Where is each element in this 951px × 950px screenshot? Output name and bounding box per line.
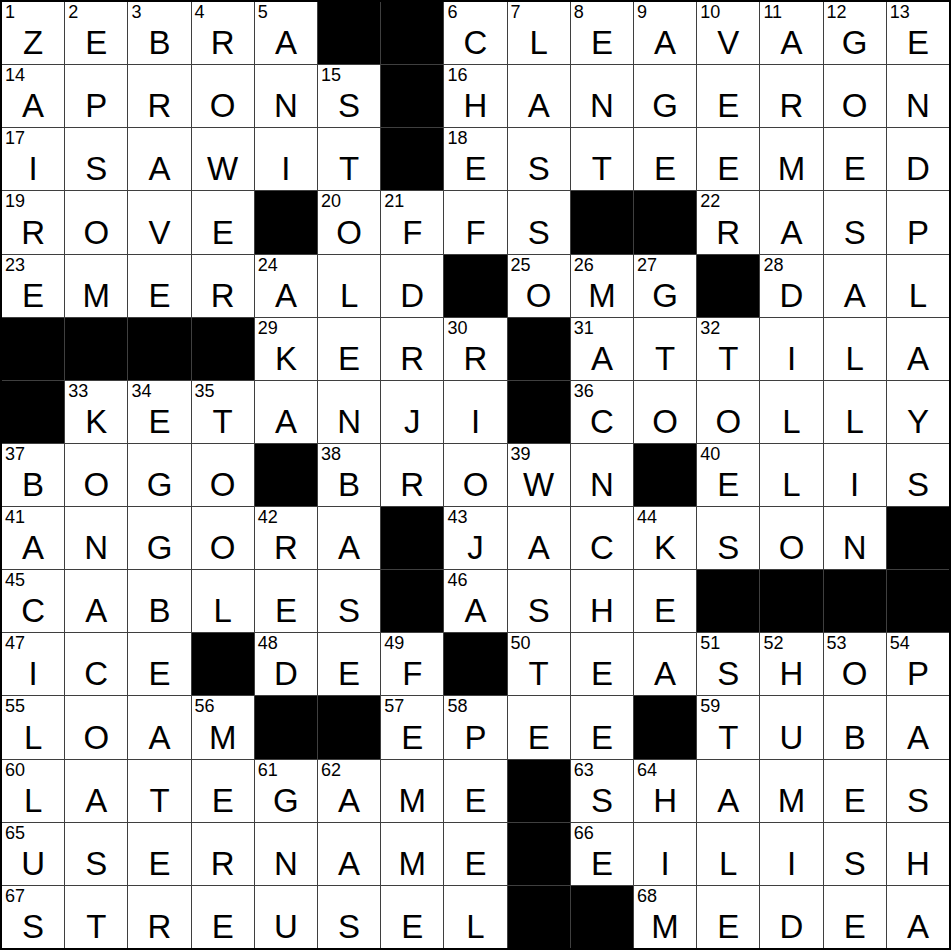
cell-letter: L xyxy=(887,279,949,312)
cell-r2c14[interactable]: O xyxy=(824,65,886,127)
cell-r14c10[interactable]: 66E xyxy=(571,823,633,885)
cell-letter: M xyxy=(760,152,822,185)
cell-r4c7[interactable]: 21F xyxy=(381,191,443,253)
clue-number: 20 xyxy=(321,191,341,212)
cell-r15c2[interactable]: T xyxy=(65,886,127,948)
cell-r1c4[interactable]: 4R xyxy=(192,2,254,64)
cell-r6c5[interactable]: 29K xyxy=(255,318,317,380)
cell-letter: J xyxy=(381,405,443,438)
black-cell-r10c12 xyxy=(697,570,759,632)
cell-r3c1[interactable]: 17I xyxy=(2,128,64,190)
cell-r6c14[interactable]: L xyxy=(824,318,886,380)
cell-r14c2[interactable]: S xyxy=(65,823,127,885)
clue-number: 8 xyxy=(574,2,584,23)
cell-r8c2[interactable]: O xyxy=(65,444,127,506)
cell-r2c1[interactable]: 14A xyxy=(2,65,64,127)
cell-r9c5[interactable]: 42R xyxy=(255,507,317,569)
cell-r8c7[interactable]: R xyxy=(381,444,443,506)
cell-r1c10[interactable]: 8E xyxy=(571,2,633,64)
cell-r11c2[interactable]: C xyxy=(65,633,127,695)
clue-number: 33 xyxy=(68,381,88,402)
cell-r12c8[interactable]: 58P xyxy=(444,696,506,758)
cell-r4c2[interactable]: O xyxy=(65,191,127,253)
black-cell-r7c9 xyxy=(508,381,570,443)
cell-r13c11[interactable]: 64H xyxy=(634,760,696,822)
cell-r5c7[interactable]: D xyxy=(381,255,443,317)
cell-r2c13[interactable]: R xyxy=(760,65,822,127)
cell-letter: F xyxy=(381,657,443,690)
cell-r3c8[interactable]: 18E xyxy=(444,128,506,190)
cell-r15c1[interactable]: 67S xyxy=(2,886,64,948)
cell-r13c13[interactable]: M xyxy=(760,760,822,822)
cell-r8c1[interactable]: 37B xyxy=(2,444,64,506)
cell-r9c1[interactable]: 41A xyxy=(2,507,64,569)
cell-r2c2[interactable]: P xyxy=(65,65,127,127)
cell-letter: E xyxy=(571,657,633,690)
cell-r3c10[interactable]: T xyxy=(571,128,633,190)
cell-r14c8[interactable]: E xyxy=(444,823,506,885)
cell-letter: A xyxy=(65,784,127,817)
cell-r1c5[interactable]: 5A xyxy=(255,2,317,64)
cell-r12c15[interactable]: A xyxy=(887,696,949,758)
cell-r12c4[interactable]: 56M xyxy=(192,696,254,758)
cell-r7c5[interactable]: A xyxy=(255,381,317,443)
cell-r2c11[interactable]: G xyxy=(634,65,696,127)
cell-r8c4[interactable]: O xyxy=(192,444,254,506)
cell-r9c10[interactable]: C xyxy=(571,507,633,569)
cell-letter: E xyxy=(128,657,190,690)
clue-number: 32 xyxy=(700,318,720,339)
cell-letter: U xyxy=(255,910,317,943)
cell-r14c1[interactable]: 65U xyxy=(2,823,64,885)
cell-r11c13[interactable]: 52H xyxy=(760,633,822,695)
cell-r12c10[interactable]: E xyxy=(571,696,633,758)
cell-letter: L xyxy=(2,784,64,817)
cell-letter: E xyxy=(824,910,886,943)
clue-number: 11 xyxy=(763,2,782,23)
clue-number: 5 xyxy=(258,2,268,23)
cell-r10c5[interactable]: E xyxy=(255,570,317,632)
cell-r15c4[interactable]: E xyxy=(192,886,254,948)
cell-r14c5[interactable]: N xyxy=(255,823,317,885)
cell-r14c6[interactable]: A xyxy=(318,823,380,885)
cell-letter: E xyxy=(192,910,254,943)
cell-r14c7[interactable]: M xyxy=(381,823,443,885)
cell-r15c6[interactable]: S xyxy=(318,886,380,948)
cell-r13c4[interactable]: E xyxy=(192,760,254,822)
cell-r10c10[interactable]: H xyxy=(571,570,633,632)
clue-number: 42 xyxy=(258,507,278,528)
cell-r8c6[interactable]: 38B xyxy=(318,444,380,506)
cell-r13c15[interactable]: S xyxy=(887,760,949,822)
cell-r13c7[interactable]: M xyxy=(381,760,443,822)
black-cell-r9c7 xyxy=(381,507,443,569)
cell-letter: A xyxy=(697,784,759,817)
cell-letter: H xyxy=(760,657,822,690)
clue-number: 9 xyxy=(637,2,647,23)
cell-letter: B xyxy=(128,594,190,627)
cell-r3c3[interactable]: A xyxy=(128,128,190,190)
cell-r5c9[interactable]: 25O xyxy=(508,255,570,317)
cell-letter: E xyxy=(634,152,696,185)
cell-r7c3[interactable]: 34E xyxy=(128,381,190,443)
cell-r10c9[interactable]: S xyxy=(508,570,570,632)
cell-letter: F xyxy=(444,216,506,249)
cell-r3c2[interactable]: S xyxy=(65,128,127,190)
cell-letter: E xyxy=(65,26,127,59)
cell-r11c11[interactable]: A xyxy=(634,633,696,695)
black-cell-r12c11 xyxy=(634,696,696,758)
cell-r9c2[interactable]: N xyxy=(65,507,127,569)
cell-r2c9[interactable]: A xyxy=(508,65,570,127)
cell-r5c5[interactable]: 24A xyxy=(255,255,317,317)
cell-r6c6[interactable]: E xyxy=(318,318,380,380)
cell-r9c6[interactable]: A xyxy=(318,507,380,569)
cell-r15c8[interactable]: L xyxy=(444,886,506,948)
cell-letter: C xyxy=(444,26,506,59)
cell-r13c14[interactable]: E xyxy=(824,760,886,822)
black-cell-r6c3 xyxy=(128,318,190,380)
cell-r9c12[interactable]: S xyxy=(697,507,759,569)
cell-r14c12[interactable]: L xyxy=(697,823,759,885)
cell-r2c8[interactable]: 16H xyxy=(444,65,506,127)
cell-r11c12[interactable]: 51S xyxy=(697,633,759,695)
cell-r3c12[interactable]: E xyxy=(697,128,759,190)
cell-r1c14[interactable]: 12G xyxy=(824,2,886,64)
cell-r2c15[interactable]: N xyxy=(887,65,949,127)
cell-r12c9[interactable]: E xyxy=(508,696,570,758)
cell-r11c5[interactable]: 48D xyxy=(255,633,317,695)
cell-letter: O xyxy=(697,405,759,438)
cell-letter: T xyxy=(697,342,759,375)
cell-r4c8[interactable]: F xyxy=(444,191,506,253)
cell-letter: I xyxy=(2,152,64,185)
cell-r11c14[interactable]: 53O xyxy=(824,633,886,695)
cell-r13c12[interactable]: A xyxy=(697,760,759,822)
cell-r10c8[interactable]: 46A xyxy=(444,570,506,632)
cell-r15c11[interactable]: 68M xyxy=(634,886,696,948)
cell-letter: A xyxy=(255,405,317,438)
cell-r3c5[interactable]: I xyxy=(255,128,317,190)
cell-r9c14[interactable]: N xyxy=(824,507,886,569)
cell-letter: O xyxy=(192,531,254,564)
cell-r7c7[interactable]: J xyxy=(381,381,443,443)
cell-r1c11[interactable]: 9A xyxy=(634,2,696,64)
cell-r8c3[interactable]: G xyxy=(128,444,190,506)
cell-r8c8[interactable]: O xyxy=(444,444,506,506)
cell-r10c3[interactable]: B xyxy=(128,570,190,632)
cell-r8c15[interactable]: S xyxy=(887,444,949,506)
black-cell-r1c7 xyxy=(381,2,443,64)
cell-letter: R xyxy=(128,89,190,122)
cell-r11c15[interactable]: 54P xyxy=(887,633,949,695)
cell-r7c6[interactable]: N xyxy=(318,381,380,443)
cell-r15c14[interactable]: E xyxy=(824,886,886,948)
cell-r2c10[interactable]: N xyxy=(571,65,633,127)
cell-r1c1[interactable]: 1Z xyxy=(2,2,64,64)
clue-number: 54 xyxy=(890,633,910,654)
cell-letter: L xyxy=(444,910,506,943)
cell-r4c14[interactable]: S xyxy=(824,191,886,253)
cell-letter: A xyxy=(824,279,886,312)
cell-r3c15[interactable]: D xyxy=(887,128,949,190)
cell-r6c8[interactable]: 30R xyxy=(444,318,506,380)
cell-r9c13[interactable]: O xyxy=(760,507,822,569)
cell-r7c15[interactable]: Y xyxy=(887,381,949,443)
cell-letter: E xyxy=(444,784,506,817)
cell-letter: T xyxy=(571,152,633,185)
cell-r3c13[interactable]: M xyxy=(760,128,822,190)
cell-r6c11[interactable]: T xyxy=(634,318,696,380)
cell-r8c12[interactable]: 40E xyxy=(697,444,759,506)
cell-r11c10[interactable]: E xyxy=(571,633,633,695)
clue-number: 40 xyxy=(700,444,720,465)
cell-r11c1[interactable]: 47I xyxy=(2,633,64,695)
cell-letter: L xyxy=(318,279,380,312)
cell-r11c9[interactable]: 50T xyxy=(508,633,570,695)
cell-r3c11[interactable]: E xyxy=(634,128,696,190)
clue-number: 28 xyxy=(763,255,783,276)
cell-r6c15[interactable]: A xyxy=(887,318,949,380)
black-cell-r11c4 xyxy=(192,633,254,695)
cell-letter: O xyxy=(65,216,127,249)
cell-letter: E xyxy=(508,721,570,754)
cell-r7c12[interactable]: O xyxy=(697,381,759,443)
cell-r6c7[interactable]: R xyxy=(381,318,443,380)
cell-r7c13[interactable]: L xyxy=(760,381,822,443)
cell-r4c13[interactable]: A xyxy=(760,191,822,253)
cell-letter: R xyxy=(192,279,254,312)
cell-r2c12[interactable]: E xyxy=(697,65,759,127)
cell-r15c15[interactable]: A xyxy=(887,886,949,948)
cell-letter: E xyxy=(318,342,380,375)
cell-letter: L xyxy=(508,26,570,59)
cell-r1c15[interactable]: 13E xyxy=(887,2,949,64)
clue-number: 31 xyxy=(574,318,594,339)
cell-r8c9[interactable]: 39W xyxy=(508,444,570,506)
cell-r1c3[interactable]: 3B xyxy=(128,2,190,64)
cell-letter: L xyxy=(760,405,822,438)
cell-r4c3[interactable]: V xyxy=(128,191,190,253)
cell-r12c1[interactable]: 55L xyxy=(2,696,64,758)
clue-number: 60 xyxy=(5,760,25,781)
cell-letter: M xyxy=(760,784,822,817)
cell-r12c2[interactable]: O xyxy=(65,696,127,758)
cell-r11c3[interactable]: E xyxy=(128,633,190,695)
cell-letter: J xyxy=(444,531,506,564)
cell-r2c6[interactable]: 15S xyxy=(318,65,380,127)
cell-letter: I xyxy=(444,405,506,438)
cell-r8c14[interactable]: I xyxy=(824,444,886,506)
cell-r5c10[interactable]: 26M xyxy=(571,255,633,317)
cell-r4c12[interactable]: 22R xyxy=(697,191,759,253)
cell-r2c3[interactable]: R xyxy=(128,65,190,127)
cell-r14c4[interactable]: R xyxy=(192,823,254,885)
black-cell-r7c1 xyxy=(2,381,64,443)
clue-number: 51 xyxy=(700,633,720,654)
cell-r5c11[interactable]: 27G xyxy=(634,255,696,317)
cell-letter: E xyxy=(128,405,190,438)
cell-r10c4[interactable]: L xyxy=(192,570,254,632)
cell-r4c15[interactable]: P xyxy=(887,191,949,253)
cell-r10c1[interactable]: 45C xyxy=(2,570,64,632)
cell-r12c13[interactable]: U xyxy=(760,696,822,758)
cell-letter: R xyxy=(255,531,317,564)
clue-number: 2 xyxy=(68,2,78,23)
black-cell-r1c6 xyxy=(318,2,380,64)
cell-letter: S xyxy=(318,910,380,943)
cell-r5c14[interactable]: A xyxy=(824,255,886,317)
cell-r1c8[interactable]: 6C xyxy=(444,2,506,64)
cell-letter: B xyxy=(128,26,190,59)
cell-r2c5[interactable]: N xyxy=(255,65,317,127)
clue-number: 36 xyxy=(574,381,594,402)
cell-r3c6[interactable]: T xyxy=(318,128,380,190)
cell-letter: E xyxy=(887,26,949,59)
cell-letter: G xyxy=(824,26,886,59)
black-cell-r13c9 xyxy=(508,760,570,822)
clue-number: 19 xyxy=(5,191,25,212)
cell-r3c4[interactable]: W xyxy=(192,128,254,190)
cell-r9c3[interactable]: G xyxy=(128,507,190,569)
cell-r5c4[interactable]: R xyxy=(192,255,254,317)
cell-r14c14[interactable]: S xyxy=(824,823,886,885)
cell-r12c7[interactable]: 57E xyxy=(381,696,443,758)
cell-r4c1[interactable]: 19R xyxy=(2,191,64,253)
cell-r5c2[interactable]: M xyxy=(65,255,127,317)
cell-r7c10[interactable]: 36C xyxy=(571,381,633,443)
clue-number: 16 xyxy=(447,65,467,86)
cell-r9c11[interactable]: 44K xyxy=(634,507,696,569)
cell-r3c9[interactable]: S xyxy=(508,128,570,190)
cell-letter: I xyxy=(824,468,886,501)
cell-r15c12[interactable]: E xyxy=(697,886,759,948)
cell-r5c13[interactable]: 28D xyxy=(760,255,822,317)
cell-r6c12[interactable]: 32T xyxy=(697,318,759,380)
clue-number: 59 xyxy=(700,696,720,717)
cell-r1c9[interactable]: 7L xyxy=(508,2,570,64)
clue-number: 56 xyxy=(195,696,215,717)
clue-number: 14 xyxy=(5,65,25,86)
cell-letter: D xyxy=(760,910,822,943)
cell-r3c14[interactable]: E xyxy=(824,128,886,190)
cell-r4c9[interactable]: S xyxy=(508,191,570,253)
cell-letter: A xyxy=(760,26,822,59)
cell-letter: A xyxy=(65,594,127,627)
cell-letter: M xyxy=(65,279,127,312)
black-cell-r6c4 xyxy=(192,318,254,380)
cell-r8c10[interactable]: N xyxy=(571,444,633,506)
clue-number: 24 xyxy=(258,255,278,276)
cell-r7c4[interactable]: 35T xyxy=(192,381,254,443)
cell-r8c13[interactable]: L xyxy=(760,444,822,506)
black-cell-r8c5 xyxy=(255,444,317,506)
black-cell-r10c15 xyxy=(887,570,949,632)
cell-letter: M xyxy=(381,847,443,880)
cell-letter: A xyxy=(760,216,822,249)
cell-r13c6[interactable]: 62A xyxy=(318,760,380,822)
cell-r12c12[interactable]: 59T xyxy=(697,696,759,758)
cell-r1c2[interactable]: 2E xyxy=(65,2,127,64)
clue-number: 55 xyxy=(5,696,25,717)
cell-r7c14[interactable]: L xyxy=(824,381,886,443)
cell-r1c12[interactable]: 10V xyxy=(697,2,759,64)
clue-number: 45 xyxy=(5,570,25,591)
clue-number: 50 xyxy=(511,633,531,654)
cell-r13c2[interactable]: A xyxy=(65,760,127,822)
cell-letter: M xyxy=(571,279,633,312)
cell-r5c1[interactable]: 23E xyxy=(2,255,64,317)
cell-r15c5[interactable]: U xyxy=(255,886,317,948)
cell-r12c3[interactable]: A xyxy=(128,696,190,758)
cell-r7c2[interactable]: 33K xyxy=(65,381,127,443)
cell-letter: I xyxy=(634,847,696,880)
cell-r14c15[interactable]: H xyxy=(887,823,949,885)
cell-letter: O xyxy=(65,721,127,754)
cell-r14c3[interactable]: E xyxy=(128,823,190,885)
cell-r5c3[interactable]: E xyxy=(128,255,190,317)
cell-letter: K xyxy=(634,531,696,564)
cell-r15c13[interactable]: D xyxy=(760,886,822,948)
cell-r4c4[interactable]: E xyxy=(192,191,254,253)
black-cell-r8c11 xyxy=(634,444,696,506)
cell-letter: E xyxy=(192,216,254,249)
cell-r13c3[interactable]: T xyxy=(128,760,190,822)
cell-letter: N xyxy=(824,531,886,564)
cell-r7c11[interactable]: O xyxy=(634,381,696,443)
cell-r10c11[interactable]: E xyxy=(634,570,696,632)
clue-number: 67 xyxy=(5,886,25,907)
cell-letter: E xyxy=(697,89,759,122)
cell-letter: D xyxy=(255,657,317,690)
cell-r13c10[interactable]: 63S xyxy=(571,760,633,822)
cell-r14c11[interactable]: I xyxy=(634,823,696,885)
cell-r11c6[interactable]: E xyxy=(318,633,380,695)
cell-r6c10[interactable]: 31A xyxy=(571,318,633,380)
cell-letter: C xyxy=(2,594,64,627)
cell-r9c4[interactable]: O xyxy=(192,507,254,569)
cell-letter: N xyxy=(255,89,317,122)
cell-r15c3[interactable]: R xyxy=(128,886,190,948)
cell-r15c7[interactable]: E xyxy=(381,886,443,948)
cell-letter: C xyxy=(571,405,633,438)
cell-r1c13[interactable]: 11A xyxy=(760,2,822,64)
cell-r5c15[interactable]: L xyxy=(887,255,949,317)
cell-r13c1[interactable]: 60L xyxy=(2,760,64,822)
cell-r9c9[interactable]: A xyxy=(508,507,570,569)
clue-number: 64 xyxy=(637,760,657,781)
cell-r7c8[interactable]: I xyxy=(444,381,506,443)
cell-letter: P xyxy=(444,721,506,754)
cell-r10c6[interactable]: S xyxy=(318,570,380,632)
cell-r2c4[interactable]: O xyxy=(192,65,254,127)
clue-number: 23 xyxy=(5,255,25,276)
cell-r4c6[interactable]: 20O xyxy=(318,191,380,253)
cell-letter: S xyxy=(65,847,127,880)
cell-r13c5[interactable]: 61G xyxy=(255,760,317,822)
cell-r5c6[interactable]: L xyxy=(318,255,380,317)
cell-r13c8[interactable]: E xyxy=(444,760,506,822)
cell-r10c2[interactable]: A xyxy=(65,570,127,632)
cell-r14c13[interactable]: I xyxy=(760,823,822,885)
cell-r9c8[interactable]: 43J xyxy=(444,507,506,569)
cell-letter: S xyxy=(65,152,127,185)
cell-r11c7[interactable]: 49F xyxy=(381,633,443,695)
cell-r6c13[interactable]: I xyxy=(760,318,822,380)
cell-r12c14[interactable]: B xyxy=(824,696,886,758)
cell-letter: S xyxy=(887,468,949,501)
clue-number: 29 xyxy=(258,318,278,339)
